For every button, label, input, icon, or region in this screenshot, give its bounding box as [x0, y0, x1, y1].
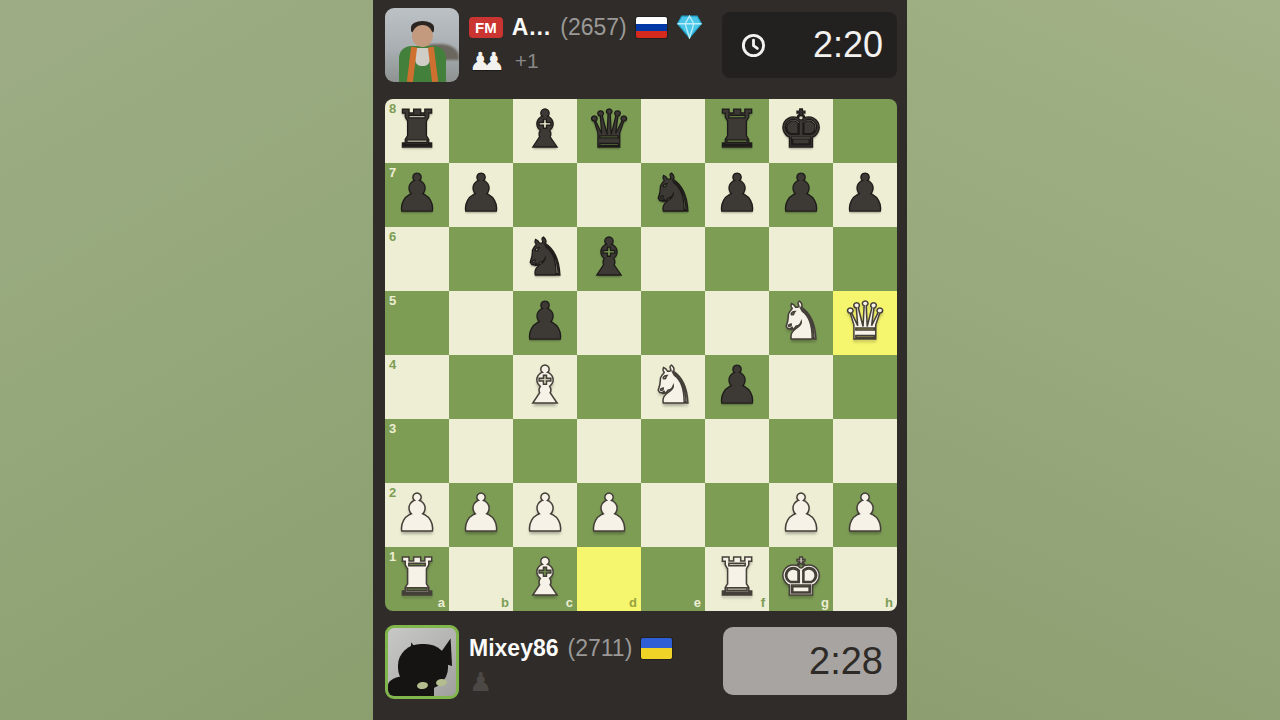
- square-e1[interactable]: e: [641, 547, 705, 611]
- square-b3[interactable]: [449, 419, 513, 483]
- piece-black-rook-f8[interactable]: ♜: [714, 103, 761, 155]
- square-b2[interactable]: ♟: [449, 483, 513, 547]
- cat-avatar-art: [398, 644, 448, 690]
- square-g1[interactable]: g♚: [769, 547, 833, 611]
- square-g2[interactable]: ♟: [769, 483, 833, 547]
- avatar-photo-face: [412, 25, 433, 47]
- chess-board[interactable]: 8♜♝♛♜♚7♟♟♞♟♟♟6♞♝5♟♞♛4♝♞♟32♟♟♟♟♟♟1a♜bc♝de…: [385, 99, 897, 611]
- square-h2[interactable]: ♟: [833, 483, 897, 547]
- square-a2[interactable]: 2♟: [385, 483, 449, 547]
- square-e8[interactable]: [641, 99, 705, 163]
- square-e6[interactable]: [641, 227, 705, 291]
- piece-white-pawn-g2[interactable]: ♟: [778, 487, 825, 539]
- square-a7[interactable]: 7♟: [385, 163, 449, 227]
- piece-white-bishop-c1[interactable]: ♝: [522, 551, 569, 603]
- piece-black-pawn-b7[interactable]: ♟: [458, 167, 505, 219]
- square-c1[interactable]: c♝: [513, 547, 577, 611]
- square-c6[interactable]: ♞: [513, 227, 577, 291]
- square-h6[interactable]: [833, 227, 897, 291]
- piece-white-queen-h5[interactable]: ♛: [842, 295, 889, 347]
- piece-black-knight-e7[interactable]: ♞: [650, 167, 697, 219]
- opponent-clock-time: 2:20: [813, 24, 883, 66]
- opponent-clock: 2:20: [722, 12, 897, 78]
- piece-white-pawn-c2[interactable]: ♟: [522, 487, 569, 539]
- square-f5[interactable]: [705, 291, 769, 355]
- player-clock-time: 2:28: [809, 640, 883, 683]
- piece-black-pawn-a7[interactable]: ♟: [394, 167, 441, 219]
- file-label-d: d: [629, 596, 637, 609]
- square-h7[interactable]: ♟: [833, 163, 897, 227]
- piece-black-knight-c6[interactable]: ♞: [522, 231, 569, 283]
- square-g6[interactable]: [769, 227, 833, 291]
- opponent-avatar[interactable]: [385, 8, 459, 82]
- clock-icon: [740, 32, 767, 59]
- square-f7[interactable]: ♟: [705, 163, 769, 227]
- player-avatar[interactable]: [385, 625, 459, 699]
- russia-flag-icon: [636, 17, 667, 38]
- square-h4[interactable]: [833, 355, 897, 419]
- player-rating: (2711): [568, 635, 633, 662]
- background-left: [0, 0, 373, 720]
- ukraine-flag-icon: [641, 638, 672, 659]
- square-c4[interactable]: ♝: [513, 355, 577, 419]
- piece-white-pawn-b2[interactable]: ♟: [458, 487, 505, 539]
- square-g5[interactable]: ♞: [769, 291, 833, 355]
- square-d7[interactable]: [577, 163, 641, 227]
- square-g3[interactable]: [769, 419, 833, 483]
- piece-black-pawn-f4[interactable]: ♟: [714, 359, 761, 411]
- piece-black-pawn-c5[interactable]: ♟: [522, 295, 569, 347]
- square-a1[interactable]: 1a♜: [385, 547, 449, 611]
- screen: FM A… (2657) ♟♟ +1 2:20 8♜♝♛♜♚7♟♟♞: [0, 0, 1280, 720]
- square-e3[interactable]: [641, 419, 705, 483]
- player-clock: 2:28: [723, 627, 897, 695]
- opponent-rating: (2657): [560, 14, 626, 41]
- file-label-b: b: [501, 596, 509, 609]
- square-b4[interactable]: [449, 355, 513, 419]
- square-e7[interactable]: ♞: [641, 163, 705, 227]
- square-c2[interactable]: ♟: [513, 483, 577, 547]
- rank-label-4: 4: [389, 358, 396, 371]
- piece-black-pawn-f7[interactable]: ♟: [714, 167, 761, 219]
- square-b1[interactable]: b: [449, 547, 513, 611]
- piece-black-bishop-c8[interactable]: ♝: [522, 103, 569, 155]
- square-d8[interactable]: ♛: [577, 99, 641, 163]
- square-b5[interactable]: [449, 291, 513, 355]
- file-label-e: e: [694, 596, 701, 609]
- square-f6[interactable]: [705, 227, 769, 291]
- square-a5[interactable]: 5: [385, 291, 449, 355]
- square-f8[interactable]: ♜: [705, 99, 769, 163]
- square-f3[interactable]: [705, 419, 769, 483]
- material-advantage: +1: [515, 49, 539, 73]
- square-d2[interactable]: ♟: [577, 483, 641, 547]
- square-g8[interactable]: ♚: [769, 99, 833, 163]
- piece-white-pawn-a2[interactable]: ♟: [394, 487, 441, 539]
- square-g4[interactable]: [769, 355, 833, 419]
- square-g7[interactable]: ♟: [769, 163, 833, 227]
- square-d5[interactable]: [577, 291, 641, 355]
- square-f1[interactable]: f♜: [705, 547, 769, 611]
- square-f4[interactable]: ♟: [705, 355, 769, 419]
- player-name[interactable]: Mixey86: [469, 635, 559, 662]
- square-c5[interactable]: ♟: [513, 291, 577, 355]
- piece-black-pawn-g7[interactable]: ♟: [778, 167, 825, 219]
- piece-black-bishop-d6[interactable]: ♝: [586, 231, 633, 283]
- square-b6[interactable]: [449, 227, 513, 291]
- file-label-h: h: [885, 596, 893, 609]
- square-a4[interactable]: 4: [385, 355, 449, 419]
- square-c3[interactable]: [513, 419, 577, 483]
- square-d6[interactable]: ♝: [577, 227, 641, 291]
- opponent-name[interactable]: A…: [512, 14, 552, 41]
- piece-white-rook-f1[interactable]: ♜: [714, 551, 761, 603]
- square-h3[interactable]: [833, 419, 897, 483]
- captured-black-pawn-icon: ♟: [469, 667, 492, 698]
- square-e5[interactable]: [641, 291, 705, 355]
- square-c8[interactable]: ♝: [513, 99, 577, 163]
- piece-white-rook-a1[interactable]: ♜: [394, 551, 441, 603]
- rank-label-6: 6: [389, 230, 396, 243]
- square-e2[interactable]: [641, 483, 705, 547]
- square-b7[interactable]: ♟: [449, 163, 513, 227]
- piece-white-pawn-h2[interactable]: ♟: [842, 487, 889, 539]
- square-c7[interactable]: [513, 163, 577, 227]
- background-right: [907, 0, 1280, 720]
- square-a3[interactable]: 3: [385, 419, 449, 483]
- square-h1[interactable]: h: [833, 547, 897, 611]
- file-label-f: f: [761, 596, 765, 609]
- piece-white-king-g1[interactable]: ♚: [778, 551, 825, 603]
- piece-white-knight-e4[interactable]: ♞: [650, 359, 697, 411]
- captured-white-pawns-icons: ♟♟: [469, 47, 505, 76]
- piece-black-queen-d8[interactable]: ♛: [586, 103, 633, 155]
- square-f2[interactable]: [705, 483, 769, 547]
- square-d4[interactable]: [577, 355, 641, 419]
- square-b8[interactable]: [449, 99, 513, 163]
- diamond-premium-icon: [676, 15, 703, 39]
- rank-label-3: 3: [389, 422, 396, 435]
- square-a8[interactable]: 8♜: [385, 99, 449, 163]
- piece-white-pawn-d2[interactable]: ♟: [586, 487, 633, 539]
- piece-white-bishop-c4[interactable]: ♝: [522, 359, 569, 411]
- piece-white-knight-g5[interactable]: ♞: [778, 295, 825, 347]
- square-d3[interactable]: [577, 419, 641, 483]
- piece-black-rook-a8[interactable]: ♜: [394, 103, 441, 155]
- piece-black-pawn-h7[interactable]: ♟: [842, 167, 889, 219]
- chess-app-column: FM A… (2657) ♟♟ +1 2:20 8♜♝♛♜♚7♟♟♞: [373, 0, 907, 720]
- rank-label-5: 5: [389, 294, 396, 307]
- fm-title-badge: FM: [469, 17, 503, 38]
- square-e4[interactable]: ♞: [641, 355, 705, 419]
- piece-black-king-g8[interactable]: ♚: [778, 103, 825, 155]
- square-d1[interactable]: d: [577, 547, 641, 611]
- square-a6[interactable]: 6: [385, 227, 449, 291]
- square-h5[interactable]: ♛: [833, 291, 897, 355]
- square-h8[interactable]: [833, 99, 897, 163]
